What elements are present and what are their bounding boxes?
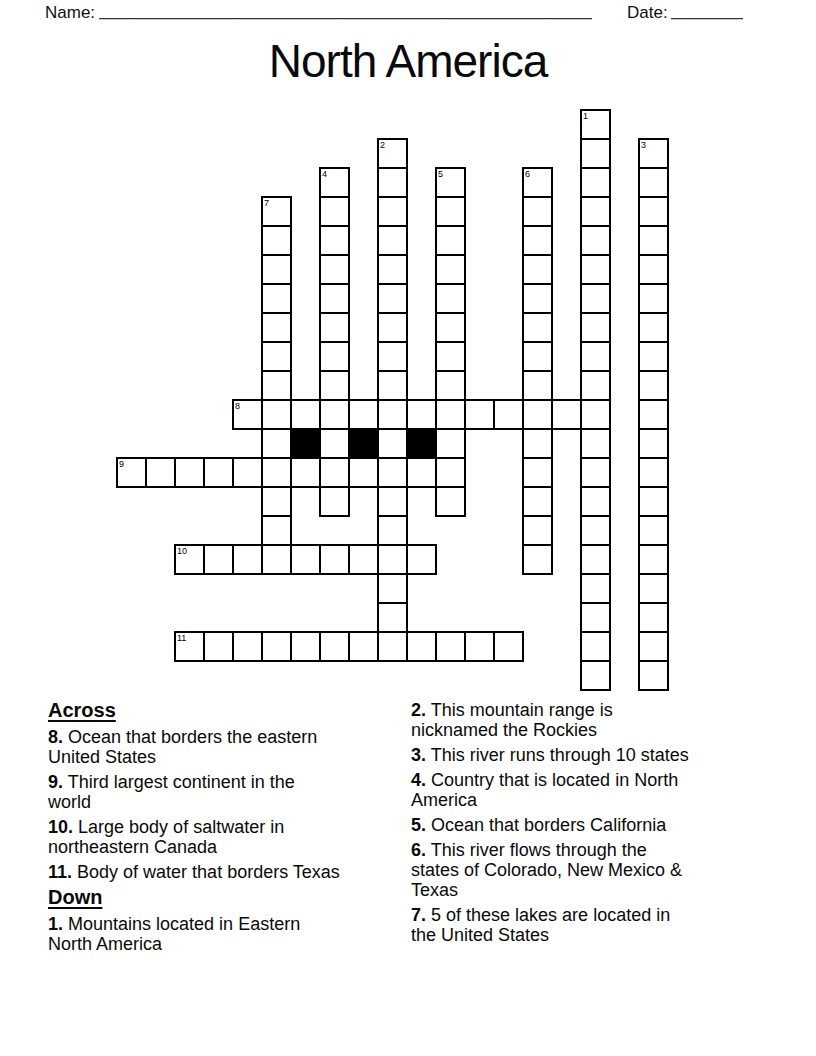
grid-cell[interactable] [522,370,553,401]
grid-cell[interactable] [377,573,408,604]
clue-number: 3. [411,745,426,765]
grid-cell[interactable] [435,428,466,459]
clue-text: This river flows through the states of C… [411,840,682,900]
grid-cell[interactable] [232,399,263,430]
grid-cell[interactable] [319,486,350,517]
grid-cell[interactable] [377,254,408,285]
grid-cell[interactable] [580,196,611,227]
grid-cell[interactable] [638,602,669,633]
grid-cell[interactable] [261,486,292,517]
grid-cell[interactable] [638,225,669,256]
grid-cell[interactable] [435,167,466,198]
grid-cell[interactable] [377,399,408,430]
grid-cell[interactable] [580,602,611,633]
grid-cell[interactable] [435,370,466,401]
grid-cell[interactable] [174,631,205,662]
clues-left-column: Across 8. Ocean that borders the eastern… [48,700,411,959]
clue-number: 7. [411,905,426,925]
grid-cell[interactable] [638,254,669,285]
clue-number: 8. [48,727,63,747]
clue-text: Body of water that borders Texas [77,862,340,882]
clue-number: 5. [411,815,426,835]
grid-cell[interactable] [406,399,437,430]
grid-cell[interactable] [580,254,611,285]
grid-cell[interactable] [638,370,669,401]
grid-cell[interactable] [319,341,350,372]
grid-cell[interactable] [377,631,408,662]
clue-number: 1. [48,914,63,934]
grid-cell[interactable] [580,370,611,401]
clue-down-5: 5. Ocean that borders California [411,815,790,835]
grid-cell[interactable] [522,428,553,459]
grid-cell[interactable] [174,544,205,575]
clue-text: 5 of these lakes are located in the Unit… [411,905,670,945]
grid-cell[interactable] [261,399,292,430]
clue-text: Third largest continent in the world [48,772,295,812]
grid-cell[interactable] [522,399,553,430]
clue-text: Ocean that borders California [431,815,666,835]
grid-cell[interactable] [522,283,553,314]
grid-cell[interactable] [377,602,408,633]
clue-text: Mountains located in Eastern North Ameri… [48,914,300,954]
grid-cell[interactable] [377,544,408,575]
clue-number: 11. [48,862,72,882]
grid-cell[interactable] [638,341,669,372]
grid-cell[interactable] [377,341,408,372]
grid-cell[interactable] [348,544,379,575]
grid-cell[interactable] [348,399,379,430]
clues-right-column: 2. This mountain range is nicknamed the … [411,700,790,959]
grid-cell[interactable] [261,312,292,343]
grid-cell[interactable] [261,283,292,314]
clue-across-8: 8. Ocean that borders the eastern United… [48,727,411,767]
grid-cell[interactable] [348,631,379,662]
clue-across-11: 11. Body of water that borders Texas [48,862,411,882]
grid-cell[interactable] [493,631,524,662]
grid-cell[interactable] [377,283,408,314]
grid-cell[interactable] [464,631,495,662]
clue-number: 4. [411,770,426,790]
grid-cell[interactable] [638,457,669,488]
clue-text: Large body of saltwater in northeastern … [48,817,284,857]
grid-cell[interactable] [522,486,553,517]
grid-cell[interactable] [580,138,611,169]
clue-text: This mountain range is nicknamed the Roc… [411,700,613,740]
clue-down-1: 1. Mountains located in Eastern North Am… [48,914,411,954]
grid-cell[interactable] [290,457,321,488]
grid-cell[interactable] [290,631,321,662]
grid-cell[interactable] [435,341,466,372]
grid-cell[interactable] [522,225,553,256]
grid-cell[interactable] [377,457,408,488]
grid-cell[interactable] [377,486,408,517]
grid-cell[interactable] [348,457,379,488]
grid-cell[interactable] [580,660,611,691]
grid-cell[interactable] [638,138,669,169]
grid-cell[interactable] [638,631,669,662]
grid-cell[interactable] [319,631,350,662]
grid-cell[interactable] [232,631,263,662]
grid-cell[interactable] [319,196,350,227]
grid-cell[interactable] [522,457,553,488]
grid-cell[interactable] [261,457,292,488]
page-title: North America [0,34,816,88]
grid-cell[interactable] [638,660,669,691]
grid-cell[interactable] [406,544,437,575]
grid-cell[interactable] [435,631,466,662]
grid-cell[interactable] [406,457,437,488]
grid-cell[interactable] [522,515,553,546]
grid-cell[interactable] [638,515,669,546]
grid-cell[interactable] [435,196,466,227]
black-cell [348,428,379,459]
grid-cell[interactable] [580,109,611,140]
crossword-grid: 1234567891011 [116,109,700,693]
clue-text: Country that is located in North America [411,770,678,810]
clue-number: 6. [411,840,426,860]
grid-cell[interactable] [435,283,466,314]
grid-cell[interactable] [435,254,466,285]
grid-cell[interactable] [290,399,321,430]
grid-cell[interactable] [261,196,292,227]
grid-cell[interactable] [435,486,466,517]
grid-cell[interactable] [522,544,553,575]
grid-cell[interactable] [580,312,611,343]
grid-cell[interactable] [232,544,263,575]
name-label: Name: [45,3,95,23]
grid-cell[interactable] [435,457,466,488]
grid-cell[interactable] [261,515,292,546]
name-fill-line[interactable]: ________________________________________… [99,1,592,21]
clue-down-6: 6. This river flows through the states o… [411,840,790,900]
grid-cell[interactable] [580,428,611,459]
grid-cell[interactable] [290,544,321,575]
grid-cell[interactable] [319,254,350,285]
grid-cell[interactable] [319,167,350,198]
date-fill-line[interactable]: ________ [671,1,743,21]
clue-number: 9. [48,772,63,792]
grid-cell[interactable] [406,631,437,662]
grid-cell[interactable] [580,631,611,662]
grid-cell[interactable] [638,312,669,343]
clue-number: 2. [411,700,426,720]
black-cell [406,428,437,459]
grid-cell[interactable] [319,312,350,343]
grid-cell[interactable] [580,225,611,256]
grid-cell[interactable] [203,457,234,488]
grid-cell[interactable] [319,428,350,459]
clue-text: This river runs through 10 states [431,745,689,765]
clue-across-10: 10. Large body of saltwater in northeast… [48,817,411,857]
clue-down-4: 4. Country that is located in North Amer… [411,770,790,810]
grid-cell[interactable] [319,544,350,575]
grid-cell[interactable] [261,631,292,662]
grid-cell[interactable] [261,225,292,256]
grid-cell[interactable] [522,167,553,198]
grid-cell[interactable] [493,399,524,430]
date-label: Date: [627,3,668,23]
clue-number: 10. [48,817,73,837]
grid-cell[interactable] [580,486,611,517]
grid-cell[interactable] [261,341,292,372]
clue-down-7: 7. 5 of these lakes are located in the U… [411,905,790,945]
grid-cell[interactable] [377,196,408,227]
grid-cell[interactable] [377,428,408,459]
grid-cell[interactable] [638,399,669,430]
clues-section: Across 8. Ocean that borders the eastern… [48,700,790,959]
clue-down-2: 2. This mountain range is nicknamed the … [411,700,790,740]
grid-cell[interactable] [203,631,234,662]
grid-cell[interactable] [261,254,292,285]
grid-cell[interactable] [580,544,611,575]
grid-cell[interactable] [377,312,408,343]
grid-cell[interactable] [638,283,669,314]
clue-down-3: 3. This river runs through 10 states [411,745,790,765]
grid-cell[interactable] [319,457,350,488]
grid-cell[interactable] [638,428,669,459]
grid-cell[interactable] [638,573,669,604]
grid-cell[interactable] [638,544,669,575]
grid-cell[interactable] [319,225,350,256]
grid-cell[interactable] [145,457,176,488]
across-heading: Across [48,700,411,721]
grid-cell[interactable] [232,457,263,488]
grid-cell[interactable] [551,399,582,430]
grid-cell[interactable] [377,225,408,256]
grid-cell[interactable] [377,167,408,198]
grid-cell[interactable] [261,428,292,459]
grid-cell[interactable] [580,167,611,198]
grid-cell[interactable] [435,312,466,343]
grid-cell[interactable] [580,399,611,430]
grid-cell[interactable] [580,341,611,372]
grid-cell[interactable] [522,254,553,285]
grid-cell[interactable] [580,515,611,546]
grid-cell[interactable] [377,515,408,546]
grid-cell[interactable] [522,312,553,343]
grid-cell[interactable] [638,196,669,227]
grid-cell[interactable] [377,138,408,169]
grid-cell[interactable] [203,544,234,575]
grid-cell[interactable] [580,573,611,604]
grid-cell[interactable] [319,399,350,430]
grid-cell[interactable] [638,486,669,517]
down-heading: Down [48,887,411,908]
grid-cell[interactable] [464,399,495,430]
clue-text: Ocean that borders the eastern United St… [48,727,317,767]
grid-cell[interactable] [319,283,350,314]
grid-cell[interactable] [435,399,466,430]
grid-cell[interactable] [638,167,669,198]
grid-cell[interactable] [522,196,553,227]
grid-cell[interactable] [435,225,466,256]
grid-cell[interactable] [377,370,408,401]
grid-cell[interactable] [319,370,350,401]
grid-cell[interactable] [261,370,292,401]
grid-cell[interactable] [580,457,611,488]
black-cell [290,428,321,459]
grid-cell[interactable] [116,457,147,488]
grid-cell[interactable] [174,457,205,488]
clue-across-9: 9. Third largest continent in the world [48,772,411,812]
grid-cell[interactable] [261,544,292,575]
grid-cell[interactable] [522,341,553,372]
grid-cell[interactable] [580,283,611,314]
